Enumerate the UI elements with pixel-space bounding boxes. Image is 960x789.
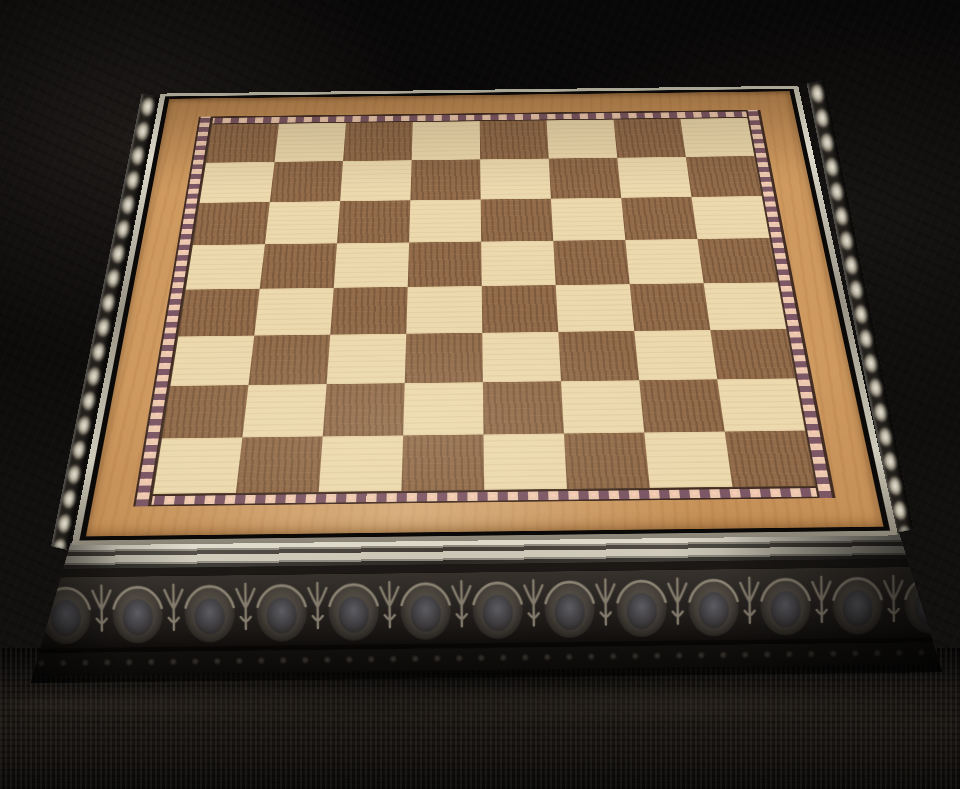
square — [686, 156, 762, 197]
square — [644, 432, 732, 488]
square — [170, 336, 254, 386]
square — [484, 433, 567, 489]
square — [206, 124, 279, 163]
photo-scene — [0, 0, 960, 789]
square — [405, 333, 483, 383]
square — [481, 241, 556, 286]
square — [617, 157, 691, 198]
square — [634, 330, 717, 380]
square — [482, 285, 559, 333]
square — [323, 383, 405, 436]
chessboard-assembly — [0, 0, 960, 789]
square — [558, 331, 639, 381]
square — [200, 162, 275, 203]
square — [480, 159, 551, 200]
square — [410, 159, 480, 200]
square — [480, 120, 549, 159]
square — [625, 239, 703, 284]
base-shading — [29, 532, 943, 683]
square — [401, 434, 484, 490]
square — [162, 385, 248, 438]
square — [270, 161, 343, 202]
square — [412, 121, 481, 160]
square — [556, 284, 635, 332]
square — [639, 379, 725, 432]
square — [193, 202, 270, 245]
square — [481, 199, 554, 242]
square — [483, 381, 564, 434]
square — [717, 378, 805, 431]
square — [613, 119, 685, 158]
square — [564, 433, 650, 489]
square — [334, 243, 409, 288]
square — [621, 197, 697, 240]
square — [254, 288, 333, 336]
square — [409, 199, 481, 242]
chessboard — [72, 86, 899, 546]
playing-grid — [153, 118, 815, 494]
square — [710, 329, 795, 379]
square — [553, 240, 629, 285]
square — [725, 431, 816, 487]
square — [265, 201, 340, 244]
square — [236, 436, 323, 492]
square — [691, 196, 769, 239]
metal-base — [29, 532, 943, 683]
square — [343, 122, 413, 161]
square — [547, 120, 618, 159]
square — [704, 282, 787, 330]
square — [186, 244, 265, 289]
square — [680, 118, 754, 157]
square — [178, 289, 259, 337]
square — [408, 242, 482, 287]
square — [260, 243, 337, 288]
square — [482, 332, 561, 382]
square — [319, 435, 403, 491]
square — [337, 200, 410, 243]
square — [549, 158, 621, 199]
square — [242, 384, 326, 437]
square — [697, 238, 777, 283]
square — [630, 283, 711, 331]
square — [561, 380, 644, 433]
square — [551, 198, 625, 241]
square — [406, 286, 482, 334]
square — [153, 437, 242, 493]
square — [327, 334, 407, 384]
square — [330, 287, 407, 335]
square — [275, 123, 346, 162]
square — [248, 335, 330, 385]
square — [340, 160, 412, 201]
square — [403, 382, 483, 435]
